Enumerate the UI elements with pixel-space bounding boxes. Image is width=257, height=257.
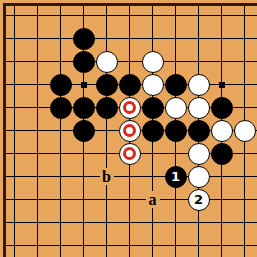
black-stone xyxy=(96,74,118,96)
black-stone xyxy=(50,97,72,119)
grid-horizontal-line xyxy=(4,176,257,178)
white-stone-move-2: 2 xyxy=(188,189,210,211)
white-stone xyxy=(188,143,210,165)
circled-white-stone xyxy=(119,97,141,119)
grid-horizontal-line xyxy=(4,15,257,17)
go-board-diagram: b1a2 xyxy=(0,0,257,257)
label-b: b xyxy=(100,168,114,185)
black-stone-move-1: 1 xyxy=(165,166,187,188)
black-stone xyxy=(211,97,233,119)
hoshi-star-point xyxy=(219,82,225,88)
white-stone xyxy=(188,74,210,96)
white-stone xyxy=(211,120,233,142)
white-stone xyxy=(142,74,164,96)
black-stone xyxy=(142,97,164,119)
circled-white-stone xyxy=(119,143,141,165)
black-stone xyxy=(73,120,95,142)
red-circle-mark xyxy=(123,147,136,160)
black-stone xyxy=(73,51,95,73)
white-stone xyxy=(234,120,256,142)
red-circle-mark xyxy=(123,124,136,137)
white-stone xyxy=(165,97,187,119)
black-stone xyxy=(211,143,233,165)
grid-horizontal-line xyxy=(4,245,257,247)
black-stone xyxy=(50,74,72,96)
grid-horizontal-line xyxy=(4,199,257,201)
board-edge-left xyxy=(3,3,6,257)
black-stone xyxy=(165,120,187,142)
white-stone xyxy=(188,97,210,119)
white-stone xyxy=(96,51,118,73)
black-stone xyxy=(119,74,141,96)
black-stone xyxy=(73,97,95,119)
move-number-2: 2 xyxy=(194,193,203,206)
board-edge-top xyxy=(3,3,257,6)
hoshi-star-point xyxy=(81,82,87,88)
grid-horizontal-line xyxy=(4,38,257,40)
red-circle-mark xyxy=(123,101,136,114)
black-stone xyxy=(96,97,118,119)
grid-horizontal-line xyxy=(4,222,257,224)
black-stone xyxy=(142,120,164,142)
circled-white-stone xyxy=(119,120,141,142)
grid-horizontal-line xyxy=(4,61,257,63)
black-stone xyxy=(165,74,187,96)
black-stone xyxy=(73,28,95,50)
label-a: a xyxy=(146,191,160,208)
move-number-1: 1 xyxy=(171,170,180,183)
white-stone xyxy=(188,166,210,188)
white-stone xyxy=(142,51,164,73)
black-stone xyxy=(188,120,210,142)
